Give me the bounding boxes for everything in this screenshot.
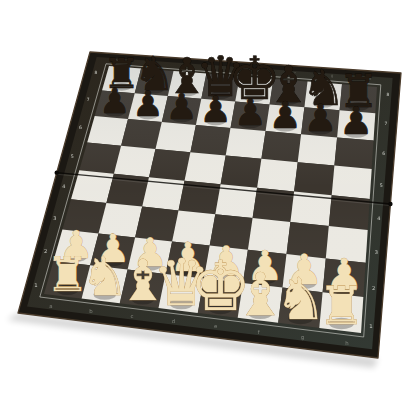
- rank-label-left-4: 4: [62, 183, 65, 189]
- rank-label-left-3: 3: [53, 215, 56, 221]
- piece-black-pawn-d7[interactable]: ♟: [200, 89, 232, 130]
- piece-black-pawn-f7[interactable]: ♟: [269, 94, 302, 137]
- piece-black-pawn-a7[interactable]: ♟: [99, 81, 130, 121]
- rank-label-right-4: 4: [377, 215, 380, 221]
- rank-label-right-6: 6: [382, 151, 385, 156]
- piece-black-pawn-g7[interactable]: ♟: [304, 96, 338, 140]
- piece-white-rook-h1[interactable]: ♜: [318, 275, 365, 336]
- rank-label-left-8: 8: [94, 70, 97, 75]
- rank-label-right-5: 5: [380, 183, 383, 188]
- rank-label-right-2: 2: [372, 285, 375, 291]
- square-c5[interactable]: [149, 149, 190, 181]
- hinge-right: [388, 202, 392, 206]
- square-h5[interactable]: [332, 166, 372, 199]
- square-g5[interactable]: [294, 162, 334, 195]
- piece-black-pawn-b7[interactable]: ♟: [132, 83, 163, 124]
- piece-black-pawn-e7[interactable]: ♟: [234, 91, 267, 134]
- file-label-bottom-c: c: [130, 313, 133, 319]
- file-label-bottom-b: b: [89, 308, 93, 314]
- rank-label-right-3: 3: [375, 249, 378, 255]
- rank-label-left-7: 7: [87, 97, 90, 102]
- hinge-left: [55, 170, 59, 174]
- file-label-bottom-g: g: [301, 334, 304, 341]
- file-label-bottom-f: f: [258, 329, 260, 335]
- chessboard: 8877665544332211aabbccddeeffgghh♜♞♝♛♚♝♞♜…: [0, 0, 416, 416]
- file-label-bottom-h: h: [345, 340, 348, 346]
- rank-label-right-8: 8: [387, 92, 390, 97]
- square-b5[interactable]: [114, 146, 156, 177]
- rank-label-right-7: 7: [384, 121, 387, 126]
- piece-black-pawn-c7[interactable]: ♟: [166, 86, 198, 127]
- chess-photo-scene: 8877665544332211aabbccddeeffgghh♜♞♝♛♚♝♞♜…: [0, 0, 416, 416]
- rank-label-left-1: 1: [34, 282, 37, 288]
- square-d5[interactable]: [185, 152, 226, 184]
- rank-label-left-6: 6: [79, 125, 82, 130]
- square-f5[interactable]: [257, 159, 298, 192]
- square-e5[interactable]: [221, 156, 262, 188]
- piece-black-pawn-h7[interactable]: ♟: [339, 99, 373, 143]
- rank-label-left-5: 5: [71, 154, 74, 159]
- file-label-bottom-a: a: [49, 303, 52, 309]
- rank-label-right-1: 1: [369, 323, 372, 329]
